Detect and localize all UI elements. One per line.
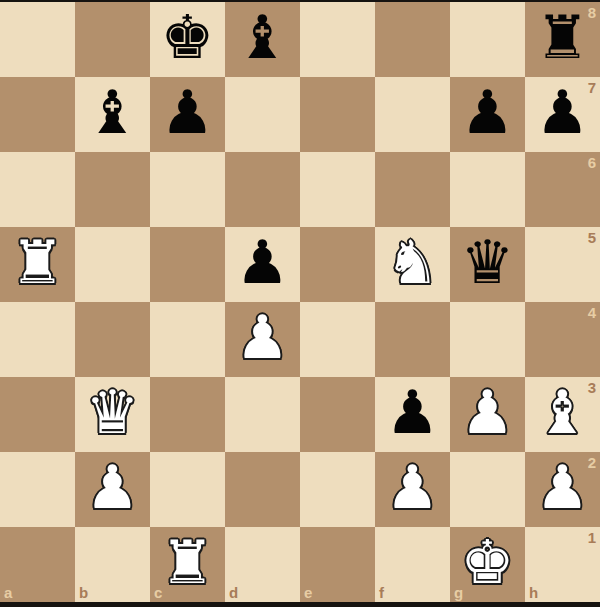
file-label-h: h <box>529 585 538 600</box>
black-king-c8[interactable]: ♚ <box>161 0 215 75</box>
square-g4[interactable] <box>450 302 525 377</box>
square-d3[interactable] <box>225 377 300 452</box>
rank-label-1: 1 <box>588 530 596 545</box>
square-a3[interactable] <box>0 377 75 452</box>
black-pawn-f3[interactable]: ♟ <box>386 375 440 450</box>
chess-board: ♚♝8♜♝♟♟7♟6♜♟♞♛5♟4♛♟♟3♝♟♟2♟abc♜defg♚1h <box>0 2 600 602</box>
rank-label-6: 6 <box>588 155 596 170</box>
file-label-f: f <box>379 585 384 600</box>
square-a6[interactable] <box>0 152 75 227</box>
black-pawn-g7[interactable]: ♟ <box>461 75 515 150</box>
square-f8[interactable] <box>375 2 450 77</box>
square-h2[interactable]: 2♟ <box>525 452 600 527</box>
square-c2[interactable] <box>150 452 225 527</box>
square-b5[interactable] <box>75 227 150 302</box>
square-g6[interactable] <box>450 152 525 227</box>
square-c5[interactable] <box>150 227 225 302</box>
square-g5[interactable]: ♛ <box>450 227 525 302</box>
square-b8[interactable] <box>75 2 150 77</box>
file-label-e: e <box>304 585 312 600</box>
white-pawn-g3[interactable]: ♟ <box>461 375 515 450</box>
square-g7[interactable]: ♟ <box>450 77 525 152</box>
white-pawn-f2[interactable]: ♟ <box>386 450 440 525</box>
square-h5[interactable]: 5 <box>525 227 600 302</box>
square-b7[interactable]: ♝ <box>75 77 150 152</box>
square-e1[interactable]: e <box>300 527 375 602</box>
square-c1[interactable]: c♜ <box>150 527 225 602</box>
black-queen-g5[interactable]: ♛ <box>461 225 515 300</box>
black-pawn-c7[interactable]: ♟ <box>161 75 215 150</box>
square-e4[interactable] <box>300 302 375 377</box>
square-d8[interactable]: ♝ <box>225 2 300 77</box>
square-f7[interactable] <box>375 77 450 152</box>
white-bishop-h3[interactable]: ♝ <box>536 375 590 450</box>
square-f4[interactable] <box>375 302 450 377</box>
square-e2[interactable] <box>300 452 375 527</box>
square-f6[interactable] <box>375 152 450 227</box>
square-e3[interactable] <box>300 377 375 452</box>
file-label-a: a <box>4 585 12 600</box>
square-c8[interactable]: ♚ <box>150 2 225 77</box>
rank-label-5: 5 <box>588 230 596 245</box>
black-pawn-h7[interactable]: ♟ <box>536 75 590 150</box>
black-bishop-d8[interactable]: ♝ <box>236 0 290 75</box>
square-a4[interactable] <box>0 302 75 377</box>
square-d5[interactable]: ♟ <box>225 227 300 302</box>
square-a2[interactable] <box>0 452 75 527</box>
square-h6[interactable]: 6 <box>525 152 600 227</box>
square-e8[interactable] <box>300 2 375 77</box>
square-g2[interactable] <box>450 452 525 527</box>
square-g1[interactable]: g♚ <box>450 527 525 602</box>
square-c6[interactable] <box>150 152 225 227</box>
white-rook-a5[interactable]: ♜ <box>11 225 65 300</box>
square-b1[interactable]: b <box>75 527 150 602</box>
square-a5[interactable]: ♜ <box>0 227 75 302</box>
square-f5[interactable]: ♞ <box>375 227 450 302</box>
black-rook-h8[interactable]: ♜ <box>536 0 590 75</box>
square-c4[interactable] <box>150 302 225 377</box>
white-queen-b3[interactable]: ♛ <box>86 375 140 450</box>
square-b6[interactable] <box>75 152 150 227</box>
square-b4[interactable] <box>75 302 150 377</box>
square-e5[interactable] <box>300 227 375 302</box>
black-pawn-d5[interactable]: ♟ <box>236 225 290 300</box>
square-b3[interactable]: ♛ <box>75 377 150 452</box>
white-pawn-h2[interactable]: ♟ <box>536 450 590 525</box>
white-knight-f5[interactable]: ♞ <box>386 225 440 300</box>
square-e7[interactable] <box>300 77 375 152</box>
square-d4[interactable]: ♟ <box>225 302 300 377</box>
rank-label-4: 4 <box>588 305 596 320</box>
square-h8[interactable]: 8♜ <box>525 2 600 77</box>
white-rook-c1[interactable]: ♜ <box>161 525 215 600</box>
square-f3[interactable]: ♟ <box>375 377 450 452</box>
square-h4[interactable]: 4 <box>525 302 600 377</box>
square-e6[interactable] <box>300 152 375 227</box>
white-pawn-d4[interactable]: ♟ <box>236 300 290 375</box>
square-h1[interactable]: 1h <box>525 527 600 602</box>
square-a8[interactable] <box>0 2 75 77</box>
square-d6[interactable] <box>225 152 300 227</box>
square-d1[interactable]: d <box>225 527 300 602</box>
square-f2[interactable]: ♟ <box>375 452 450 527</box>
square-a7[interactable] <box>0 77 75 152</box>
file-label-d: d <box>229 585 238 600</box>
square-h7[interactable]: 7♟ <box>525 77 600 152</box>
square-g8[interactable] <box>450 2 525 77</box>
white-pawn-b2[interactable]: ♟ <box>86 450 140 525</box>
square-h3[interactable]: 3♝ <box>525 377 600 452</box>
white-king-g1[interactable]: ♚ <box>461 525 515 600</box>
square-c3[interactable] <box>150 377 225 452</box>
square-g3[interactable]: ♟ <box>450 377 525 452</box>
square-a1[interactable]: a <box>0 527 75 602</box>
black-bishop-b7[interactable]: ♝ <box>86 75 140 150</box>
file-label-b: b <box>79 585 88 600</box>
square-b2[interactable]: ♟ <box>75 452 150 527</box>
square-f1[interactable]: f <box>375 527 450 602</box>
board-frame-bottom <box>0 602 600 607</box>
square-c7[interactable]: ♟ <box>150 77 225 152</box>
square-d7[interactable] <box>225 77 300 152</box>
square-d2[interactable] <box>225 452 300 527</box>
